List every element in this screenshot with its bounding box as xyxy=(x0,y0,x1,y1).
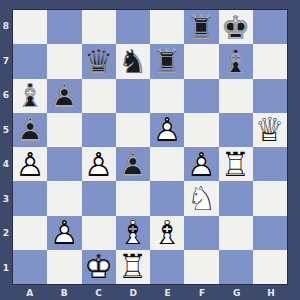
white-pawn-outline-glyph: ♙ xyxy=(150,113,184,147)
square-h2[interactable] xyxy=(253,216,287,250)
square-b6[interactable]: ♟♙ xyxy=(47,79,81,113)
rank-label-8: 8 xyxy=(0,9,12,43)
black-pawn-fill-glyph: ♟ xyxy=(47,79,81,113)
square-c3[interactable] xyxy=(82,181,116,215)
black-rook-fill-glyph: ♜ xyxy=(150,44,184,78)
square-e1[interactable] xyxy=(150,250,184,284)
black-pawn-outline-glyph: ♙ xyxy=(116,147,150,181)
square-c4[interactable]: ♟♙ xyxy=(82,147,116,181)
white-pawn-fill-glyph: ♟ xyxy=(150,113,184,147)
square-d3[interactable] xyxy=(116,181,150,215)
piece-black-knight: ♞♘ xyxy=(116,44,150,78)
white-bishop-outline-glyph: ♗ xyxy=(150,216,184,250)
piece-black-queen: ♛♕ xyxy=(82,44,116,78)
square-a2[interactable] xyxy=(13,216,47,250)
square-b5[interactable] xyxy=(47,113,81,147)
piece-black-king: ♚♔ xyxy=(219,10,253,44)
black-knight-outline-glyph: ♘ xyxy=(116,44,150,78)
square-c8[interactable] xyxy=(82,10,116,44)
square-e6[interactable] xyxy=(150,79,184,113)
white-pawn-outline-glyph: ♙ xyxy=(13,147,47,181)
square-f2[interactable] xyxy=(184,216,218,250)
chess-diagram: ♜♖♚♔♛♕♞♘♜♖♝♗♝♗♟♙♟♙♟♙♛♕♟♙♟♙♟♙♟♙♜♖♞♘♟♙♝♗♝♗… xyxy=(0,0,300,300)
square-d6[interactable] xyxy=(116,79,150,113)
white-knight-fill-glyph: ♞ xyxy=(184,181,218,215)
black-king-outline-glyph: ♔ xyxy=(219,10,253,44)
white-pawn-fill-glyph: ♟ xyxy=(184,147,218,181)
square-b7[interactable] xyxy=(47,44,81,78)
black-rook-fill-glyph: ♜ xyxy=(184,10,218,44)
black-pawn-fill-glyph: ♟ xyxy=(13,113,47,147)
white-bishop-outline-glyph: ♗ xyxy=(116,216,150,250)
square-a4[interactable]: ♟♙ xyxy=(13,147,47,181)
white-bishop-fill-glyph: ♝ xyxy=(150,216,184,250)
white-pawn-outline-glyph: ♙ xyxy=(47,216,81,250)
square-d2[interactable]: ♝♗ xyxy=(116,216,150,250)
white-pawn-outline-glyph: ♙ xyxy=(82,147,116,181)
rank-label-2: 2 xyxy=(0,216,12,250)
rank-label-5: 5 xyxy=(0,113,12,147)
square-c7[interactable]: ♛♕ xyxy=(82,44,116,78)
black-king-fill-glyph: ♚ xyxy=(219,10,253,44)
white-rook-outline-glyph: ♖ xyxy=(116,250,150,284)
square-h7[interactable] xyxy=(253,44,287,78)
square-d7[interactable]: ♞♘ xyxy=(116,44,150,78)
rank-label-3: 3 xyxy=(0,182,12,216)
piece-white-pawn: ♟♙ xyxy=(13,147,47,181)
square-g4[interactable]: ♜♖ xyxy=(219,147,253,181)
square-f7[interactable] xyxy=(184,44,218,78)
piece-black-bishop: ♝♗ xyxy=(219,44,253,78)
square-g7[interactable]: ♝♗ xyxy=(219,44,253,78)
file-label-h: H xyxy=(254,286,288,300)
square-e4[interactable] xyxy=(150,147,184,181)
piece-black-pawn: ♟♙ xyxy=(47,79,81,113)
piece-white-rook: ♜♖ xyxy=(219,147,253,181)
file-label-b: B xyxy=(47,286,81,300)
square-g2[interactable] xyxy=(219,216,253,250)
square-e3[interactable] xyxy=(150,181,184,215)
rank-label-1: 1 xyxy=(0,251,12,285)
square-d4[interactable]: ♟♙ xyxy=(116,147,150,181)
file-label-e: E xyxy=(151,286,185,300)
chess-board: ♜♖♚♔♛♕♞♘♜♖♝♗♝♗♟♙♟♙♟♙♛♕♟♙♟♙♟♙♟♙♜♖♞♘♟♙♝♗♝♗… xyxy=(12,9,288,285)
square-h1[interactable] xyxy=(253,250,287,284)
square-h4[interactable] xyxy=(253,147,287,181)
white-queen-fill-glyph: ♛ xyxy=(253,113,287,147)
square-c1[interactable]: ♚♔ xyxy=(82,250,116,284)
square-c6[interactable] xyxy=(82,79,116,113)
black-pawn-outline-glyph: ♙ xyxy=(47,79,81,113)
square-b3[interactable] xyxy=(47,181,81,215)
black-queen-outline-glyph: ♕ xyxy=(82,44,116,78)
square-h5[interactable]: ♛♕ xyxy=(253,113,287,147)
piece-white-rook: ♜♖ xyxy=(116,250,150,284)
white-pawn-outline-glyph: ♙ xyxy=(184,147,218,181)
square-b8[interactable] xyxy=(47,10,81,44)
black-knight-fill-glyph: ♞ xyxy=(116,44,150,78)
white-king-fill-glyph: ♚ xyxy=(82,250,116,284)
square-d1[interactable]: ♜♖ xyxy=(116,250,150,284)
white-rook-fill-glyph: ♜ xyxy=(219,147,253,181)
piece-white-bishop: ♝♗ xyxy=(150,216,184,250)
square-e2[interactable]: ♝♗ xyxy=(150,216,184,250)
black-pawn-fill-glyph: ♟ xyxy=(116,147,150,181)
piece-black-rook: ♜♖ xyxy=(150,44,184,78)
square-c5[interactable] xyxy=(82,113,116,147)
square-b4[interactable] xyxy=(47,147,81,181)
black-bishop-fill-glyph: ♝ xyxy=(219,44,253,78)
square-f3[interactable]: ♞♘ xyxy=(184,181,218,215)
square-g8[interactable]: ♚♔ xyxy=(219,10,253,44)
white-rook-fill-glyph: ♜ xyxy=(116,250,150,284)
square-c2[interactable] xyxy=(82,216,116,250)
square-g3[interactable] xyxy=(219,181,253,215)
black-bishop-outline-glyph: ♗ xyxy=(13,79,47,113)
square-a1[interactable] xyxy=(13,250,47,284)
white-king-outline-glyph: ♔ xyxy=(82,250,116,284)
square-g1[interactable] xyxy=(219,250,253,284)
black-pawn-outline-glyph: ♙ xyxy=(13,113,47,147)
square-e7[interactable]: ♜♖ xyxy=(150,44,184,78)
white-pawn-fill-glyph: ♟ xyxy=(13,147,47,181)
piece-white-pawn: ♟♙ xyxy=(150,113,184,147)
square-g5[interactable] xyxy=(219,113,253,147)
square-a8[interactable] xyxy=(13,10,47,44)
black-bishop-fill-glyph: ♝ xyxy=(13,79,47,113)
rank-label-7: 7 xyxy=(0,44,12,78)
white-bishop-fill-glyph: ♝ xyxy=(116,216,150,250)
piece-white-knight: ♞♘ xyxy=(184,181,218,215)
white-pawn-fill-glyph: ♟ xyxy=(47,216,81,250)
file-label-g: G xyxy=(220,286,254,300)
square-e8[interactable] xyxy=(150,10,184,44)
square-a5[interactable]: ♟♙ xyxy=(13,113,47,147)
square-f8[interactable]: ♜♖ xyxy=(184,10,218,44)
piece-white-pawn: ♟♙ xyxy=(82,147,116,181)
square-f4[interactable]: ♟♙ xyxy=(184,147,218,181)
piece-white-king: ♚♔ xyxy=(82,250,116,284)
piece-black-bishop: ♝♗ xyxy=(13,79,47,113)
file-label-c: C xyxy=(82,286,116,300)
black-bishop-outline-glyph: ♗ xyxy=(219,44,253,78)
black-queen-fill-glyph: ♛ xyxy=(82,44,116,78)
piece-white-pawn: ♟♙ xyxy=(47,216,81,250)
file-label-d: D xyxy=(116,286,150,300)
black-rook-outline-glyph: ♖ xyxy=(184,10,218,44)
white-knight-outline-glyph: ♘ xyxy=(184,181,218,215)
piece-white-queen: ♛♕ xyxy=(253,113,287,147)
piece-black-rook: ♜♖ xyxy=(184,10,218,44)
piece-black-pawn: ♟♙ xyxy=(116,147,150,181)
square-b1[interactable] xyxy=(47,250,81,284)
square-f1[interactable] xyxy=(184,250,218,284)
file-label-f: F xyxy=(185,286,219,300)
square-b2[interactable]: ♟♙ xyxy=(47,216,81,250)
white-pawn-fill-glyph: ♟ xyxy=(82,147,116,181)
square-f6[interactable] xyxy=(184,79,218,113)
white-queen-outline-glyph: ♕ xyxy=(253,113,287,147)
square-d5[interactable] xyxy=(116,113,150,147)
square-h3[interactable] xyxy=(253,181,287,215)
rank-label-6: 6 xyxy=(0,78,12,112)
square-a3[interactable] xyxy=(13,181,47,215)
black-rook-outline-glyph: ♖ xyxy=(150,44,184,78)
rank-label-4: 4 xyxy=(0,147,12,181)
square-d8[interactable] xyxy=(116,10,150,44)
square-h6[interactable] xyxy=(253,79,287,113)
piece-white-pawn: ♟♙ xyxy=(184,147,218,181)
square-a6[interactable]: ♝♗ xyxy=(13,79,47,113)
square-f5[interactable] xyxy=(184,113,218,147)
file-label-a: A xyxy=(13,286,47,300)
square-h8[interactable] xyxy=(253,10,287,44)
square-a7[interactable] xyxy=(13,44,47,78)
square-g6[interactable] xyxy=(219,79,253,113)
white-rook-outline-glyph: ♖ xyxy=(219,147,253,181)
piece-black-pawn: ♟♙ xyxy=(13,113,47,147)
square-e5[interactable]: ♟♙ xyxy=(150,113,184,147)
piece-white-bishop: ♝♗ xyxy=(116,216,150,250)
